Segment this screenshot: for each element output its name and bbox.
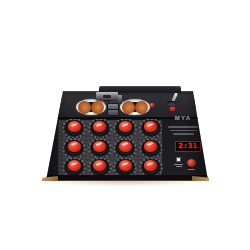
hinge-slot [103, 95, 111, 98]
product-photo: MYA 2:31 [0, 0, 250, 250]
metal-hinge-clip [96, 92, 118, 100]
device-body: MYA 2:31 [46, 91, 208, 181]
side-shading [46, 91, 208, 181]
